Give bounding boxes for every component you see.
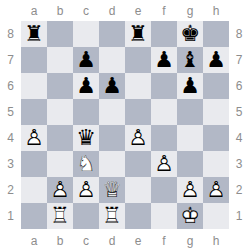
piece-white-queen-d2[interactable]: ♕ (99, 177, 125, 203)
square-a5[interactable] (21, 99, 47, 125)
square-g8[interactable]: ♚ (177, 21, 203, 47)
piece-white-pawn-e4[interactable]: ♙ (125, 125, 151, 151)
square-h6[interactable] (203, 73, 229, 99)
rank-label-4: 4 (236, 132, 243, 144)
file-label-h: h (203, 5, 229, 17)
square-e1[interactable] (125, 203, 151, 229)
file-label-g: g (177, 235, 203, 247)
rank-label-5: 5 (7, 106, 14, 118)
file-label-g: g (177, 5, 203, 17)
square-b4[interactable] (47, 125, 73, 151)
chess-board[interactable]: ♜♜♚♟♟♝♟♟♟♟♟♙♛♟♙♞♘♟♙♟♙♟♙♛♕♟♙♟♙♜♖♜♖♚♔ (21, 21, 229, 229)
square-h1[interactable] (203, 203, 229, 229)
square-c8[interactable] (73, 21, 99, 47)
file-labels-bottom: abcdefgh (21, 229, 229, 252)
file-label-d: d (99, 235, 125, 247)
rank-label-2: 2 (236, 184, 243, 196)
rank-label-5: 5 (236, 106, 243, 118)
piece-black-pawn-c7[interactable]: ♟ (73, 47, 99, 73)
rank-labels-left: 87654321 (0, 21, 21, 229)
rank-label-3: 3 (7, 158, 14, 170)
square-f3[interactable]: ♟♙ (151, 151, 177, 177)
square-a6[interactable] (21, 73, 47, 99)
square-f1[interactable] (151, 203, 177, 229)
piece-black-pawn-h7[interactable]: ♟ (203, 47, 229, 73)
square-e3[interactable] (125, 151, 151, 177)
rank-label-8: 8 (7, 28, 14, 40)
piece-white-pawn-g2[interactable]: ♙ (177, 177, 203, 203)
square-a3[interactable] (21, 151, 47, 177)
piece-white-pawn-a4[interactable]: ♙ (21, 125, 47, 151)
square-h4[interactable] (203, 125, 229, 151)
piece-black-rook-e8[interactable]: ♜ (125, 21, 151, 47)
square-f2[interactable] (151, 177, 177, 203)
file-label-a: a (21, 5, 47, 17)
square-h5[interactable] (203, 99, 229, 125)
square-g6[interactable]: ♟ (177, 73, 203, 99)
square-h3[interactable] (203, 151, 229, 177)
rank-label-2: 2 (7, 184, 14, 196)
square-e6[interactable] (125, 73, 151, 99)
square-e8[interactable]: ♜ (125, 21, 151, 47)
piece-black-pawn-c6[interactable]: ♟ (73, 73, 99, 99)
file-label-f: f (151, 235, 177, 247)
piece-white-pawn-b2[interactable]: ♙ (47, 177, 73, 203)
file-label-e: e (125, 5, 151, 17)
square-d4[interactable] (99, 125, 125, 151)
piece-black-pawn-d6[interactable]: ♟ (99, 73, 125, 99)
square-a4[interactable]: ♟♙ (21, 125, 47, 151)
square-f4[interactable] (151, 125, 177, 151)
square-h7[interactable]: ♟ (203, 47, 229, 73)
piece-black-rook-a8[interactable]: ♜ (21, 21, 47, 47)
piece-white-rook-b1[interactable]: ♖ (47, 203, 73, 229)
square-c1[interactable] (73, 203, 99, 229)
square-g5[interactable] (177, 99, 203, 125)
piece-white-king-g1[interactable]: ♔ (177, 203, 203, 229)
piece-white-knight-c3[interactable]: ♘ (73, 151, 99, 177)
rank-label-6: 6 (7, 80, 14, 92)
square-b5[interactable] (47, 99, 73, 125)
square-e5[interactable] (125, 99, 151, 125)
rank-labels-right: 87654321 (229, 21, 249, 229)
square-d1[interactable]: ♜♖ (99, 203, 125, 229)
square-f8[interactable] (151, 21, 177, 47)
square-g2[interactable]: ♟♙ (177, 177, 203, 203)
corner-top-left (0, 0, 21, 21)
square-e4[interactable]: ♟♙ (125, 125, 151, 151)
square-h2[interactable]: ♟♙ (203, 177, 229, 203)
file-label-a: a (21, 235, 47, 247)
square-e7[interactable] (125, 47, 151, 73)
square-a2[interactable] (21, 177, 47, 203)
square-g4[interactable] (177, 125, 203, 151)
square-f7[interactable]: ♟ (151, 47, 177, 73)
square-c4[interactable]: ♛ (73, 125, 99, 151)
file-labels-top: abcdefgh (21, 0, 229, 21)
square-b8[interactable] (47, 21, 73, 47)
piece-black-king-g8[interactable]: ♚ (177, 21, 203, 47)
chess-diagram: abcdefgh 87654321 ♜♜♚♟♟♝♟♟♟♟♟♙♛♟♙♞♘♟♙♟♙♟… (0, 0, 249, 252)
square-h8[interactable] (203, 21, 229, 47)
rank-label-1: 1 (7, 210, 14, 222)
file-label-f: f (151, 5, 177, 17)
corner-bottom-right (229, 229, 249, 252)
corner-bottom-left (0, 229, 21, 252)
square-d6[interactable]: ♟ (99, 73, 125, 99)
square-c6[interactable]: ♟ (73, 73, 99, 99)
square-d5[interactable] (99, 99, 125, 125)
square-b2[interactable]: ♟♙ (47, 177, 73, 203)
corner-top-right (229, 0, 249, 21)
square-b1[interactable]: ♜♖ (47, 203, 73, 229)
square-d3[interactable] (99, 151, 125, 177)
square-c3[interactable]: ♞♘ (73, 151, 99, 177)
square-d2[interactable]: ♛♕ (99, 177, 125, 203)
file-label-c: c (73, 5, 99, 17)
square-f6[interactable] (151, 73, 177, 99)
square-g1[interactable]: ♚♔ (177, 203, 203, 229)
square-c7[interactable]: ♟ (73, 47, 99, 73)
square-d7[interactable] (99, 47, 125, 73)
file-label-c: c (73, 235, 99, 247)
square-b3[interactable] (47, 151, 73, 177)
piece-white-pawn-h2[interactable]: ♙ (203, 177, 229, 203)
rank-label-6: 6 (236, 80, 243, 92)
rank-label-1: 1 (236, 210, 243, 222)
file-label-d: d (99, 5, 125, 17)
rank-label-7: 7 (236, 54, 243, 66)
square-a8[interactable]: ♜ (21, 21, 47, 47)
piece-white-pawn-c2[interactable]: ♙ (73, 177, 99, 203)
square-c5[interactable] (73, 99, 99, 125)
file-label-e: e (125, 235, 151, 247)
piece-white-pawn-f3[interactable]: ♙ (151, 151, 177, 177)
square-g3[interactable] (177, 151, 203, 177)
square-f5[interactable] (151, 99, 177, 125)
square-g7[interactable]: ♝ (177, 47, 203, 73)
rank-label-3: 3 (236, 158, 243, 170)
piece-white-rook-d1[interactable]: ♖ (99, 203, 125, 229)
square-b6[interactable] (47, 73, 73, 99)
piece-black-pawn-f7[interactable]: ♟ (151, 47, 177, 73)
square-c2[interactable]: ♟♙ (73, 177, 99, 203)
piece-black-queen-c4[interactable]: ♛ (73, 125, 99, 151)
file-label-b: b (47, 235, 73, 247)
file-label-h: h (203, 235, 229, 247)
square-d8[interactable] (99, 21, 125, 47)
square-a7[interactable] (21, 47, 47, 73)
square-b7[interactable] (47, 47, 73, 73)
piece-black-bishop-g7[interactable]: ♝ (177, 47, 203, 73)
rank-label-8: 8 (236, 28, 243, 40)
rank-label-7: 7 (7, 54, 14, 66)
rank-label-4: 4 (7, 132, 14, 144)
piece-black-pawn-g6[interactable]: ♟ (177, 73, 203, 99)
square-a1[interactable] (21, 203, 47, 229)
square-e2[interactable] (125, 177, 151, 203)
file-label-b: b (47, 5, 73, 17)
